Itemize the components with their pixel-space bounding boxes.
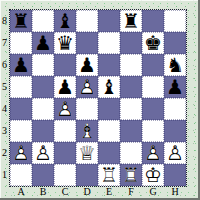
queen-glyph-outline: ♕ <box>76 142 98 164</box>
piece-white-queen[interactable]: ♛♕ <box>76 142 98 164</box>
rank-label-4: 4 <box>0 98 9 120</box>
square-h1[interactable] <box>164 164 186 186</box>
piece-white-rook[interactable]: ♜♖ <box>98 164 120 186</box>
bishop-glyph-outline: ♗ <box>76 120 98 142</box>
piece-black-pawn[interactable]: ♟ <box>164 76 186 98</box>
pawn-glyph-fill: ♟ <box>10 54 32 76</box>
square-g7[interactable]: ♚ <box>142 32 164 54</box>
square-f6[interactable] <box>120 54 142 76</box>
pawn-glyph-outline: ♙ <box>76 76 98 98</box>
pawn-glyph-fill: ♟ <box>54 76 76 98</box>
square-b7[interactable]: ♟ <box>32 32 54 54</box>
file-label-f: F <box>120 186 142 198</box>
pawn-glyph-outline: ♙ <box>164 142 186 164</box>
rook-glyph-fill: ♜ <box>10 10 32 32</box>
chess-board[interactable]: ♜♝♜♟♛♚♟♟♞♟♟♙♝♟♟♙♝♗♟♙♟♙♛♕♟♙♟♙♜♖♜♖♚♔ <box>10 10 186 186</box>
square-h4[interactable] <box>164 98 186 120</box>
square-e7[interactable] <box>98 32 120 54</box>
piece-black-pawn[interactable]: ♟ <box>32 32 54 54</box>
square-a7[interactable] <box>10 32 32 54</box>
bishop-glyph-fill: ♝ <box>54 10 76 32</box>
piece-black-bishop[interactable]: ♝ <box>54 10 76 32</box>
piece-black-knight[interactable]: ♞ <box>164 54 186 76</box>
square-d5[interactable]: ♟♙ <box>76 76 98 98</box>
square-b6[interactable] <box>32 54 54 76</box>
rook-glyph-fill: ♜ <box>120 10 142 32</box>
rank-label-5: 5 <box>0 76 9 98</box>
square-a6[interactable]: ♟ <box>10 54 32 76</box>
square-d8[interactable] <box>76 10 98 32</box>
rank-label-1: 1 <box>0 164 9 186</box>
square-f2[interactable] <box>120 142 142 164</box>
square-g2[interactable]: ♟♙ <box>142 142 164 164</box>
square-e2[interactable] <box>98 142 120 164</box>
rank-label-7: 7 <box>0 32 9 54</box>
pawn-glyph-outline: ♙ <box>54 98 76 120</box>
square-b4[interactable] <box>32 98 54 120</box>
square-e5[interactable]: ♝ <box>98 76 120 98</box>
piece-white-pawn[interactable]: ♟♙ <box>54 98 76 120</box>
square-f4[interactable] <box>120 98 142 120</box>
square-b8[interactable] <box>32 10 54 32</box>
file-label-a: A <box>10 186 32 198</box>
chess-diagram: ♜♝♜♟♛♚♟♟♞♟♟♙♝♟♟♙♝♗♟♙♟♙♛♕♟♙♟♙♜♖♜♖♚♔ 8 7 6… <box>0 0 200 200</box>
square-d7[interactable] <box>76 32 98 54</box>
piece-white-pawn[interactable]: ♟♙ <box>142 142 164 164</box>
piece-white-pawn[interactable]: ♟♙ <box>76 76 98 98</box>
piece-black-pawn[interactable]: ♟ <box>76 54 98 76</box>
square-e8[interactable] <box>98 10 120 32</box>
file-label-h: H <box>164 186 186 198</box>
square-c2[interactable] <box>54 142 76 164</box>
square-c1[interactable] <box>54 164 76 186</box>
file-label-e: E <box>98 186 120 198</box>
square-b5[interactable] <box>32 76 54 98</box>
file-label-c: C <box>54 186 76 198</box>
square-a2[interactable]: ♟♙ <box>10 142 32 164</box>
square-e6[interactable] <box>98 54 120 76</box>
king-glyph-outline: ♔ <box>142 164 164 186</box>
rank-label-8: 8 <box>0 10 9 32</box>
pawn-glyph-outline: ♙ <box>32 142 54 164</box>
piece-white-bishop[interactable]: ♝♗ <box>76 120 98 142</box>
square-d2[interactable]: ♛♕ <box>76 142 98 164</box>
rook-glyph-outline: ♖ <box>120 164 142 186</box>
square-b2[interactable]: ♟♙ <box>32 142 54 164</box>
pawn-glyph-fill: ♟ <box>76 54 98 76</box>
piece-white-pawn[interactable]: ♟♙ <box>10 142 32 164</box>
square-c4[interactable]: ♟♙ <box>54 98 76 120</box>
square-d6[interactable]: ♟ <box>76 54 98 76</box>
pawn-glyph-fill: ♟ <box>164 76 186 98</box>
queen-glyph-fill: ♛ <box>54 32 76 54</box>
square-g4[interactable] <box>142 98 164 120</box>
square-a3[interactable] <box>10 120 32 142</box>
square-d4[interactable] <box>76 98 98 120</box>
square-a1[interactable] <box>10 164 32 186</box>
square-d3[interactable]: ♝♗ <box>76 120 98 142</box>
file-label-d: D <box>76 186 98 198</box>
rank-label-6: 6 <box>0 54 9 76</box>
square-c6[interactable] <box>54 54 76 76</box>
square-e1[interactable]: ♜♖ <box>98 164 120 186</box>
square-b3[interactable] <box>32 120 54 142</box>
bishop-glyph-fill: ♝ <box>98 76 120 98</box>
piece-black-rook[interactable]: ♜ <box>120 10 142 32</box>
square-a4[interactable] <box>10 98 32 120</box>
piece-black-rook[interactable]: ♜ <box>10 10 32 32</box>
square-h5[interactable]: ♟ <box>164 76 186 98</box>
square-f7[interactable] <box>120 32 142 54</box>
piece-white-king[interactable]: ♚♔ <box>142 164 164 186</box>
square-f5[interactable] <box>120 76 142 98</box>
pawn-glyph-outline: ♙ <box>142 142 164 164</box>
square-h2[interactable]: ♟♙ <box>164 142 186 164</box>
square-f3[interactable] <box>120 120 142 142</box>
square-c7[interactable]: ♛ <box>54 32 76 54</box>
square-g1[interactable]: ♚♔ <box>142 164 164 186</box>
rank-label-3: 3 <box>0 120 9 142</box>
square-c8[interactable]: ♝ <box>54 10 76 32</box>
rook-glyph-outline: ♖ <box>98 164 120 186</box>
square-f1[interactable]: ♜♖ <box>120 164 142 186</box>
square-g5[interactable] <box>142 76 164 98</box>
square-b1[interactable] <box>32 164 54 186</box>
square-e4[interactable] <box>98 98 120 120</box>
piece-black-pawn[interactable]: ♟ <box>54 76 76 98</box>
square-g8[interactable] <box>142 10 164 32</box>
square-c5[interactable]: ♟ <box>54 76 76 98</box>
square-a5[interactable] <box>10 76 32 98</box>
square-h8[interactable] <box>164 10 186 32</box>
square-f8[interactable]: ♜ <box>120 10 142 32</box>
piece-white-pawn[interactable]: ♟♙ <box>32 142 54 164</box>
square-d1[interactable] <box>76 164 98 186</box>
piece-black-pawn[interactable]: ♟ <box>10 54 32 76</box>
square-g3[interactable] <box>142 120 164 142</box>
piece-white-pawn[interactable]: ♟♙ <box>164 142 186 164</box>
square-e3[interactable] <box>98 120 120 142</box>
square-g6[interactable] <box>142 54 164 76</box>
square-c3[interactable] <box>54 120 76 142</box>
square-h3[interactable] <box>164 120 186 142</box>
piece-black-bishop[interactable]: ♝ <box>98 76 120 98</box>
king-glyph-fill: ♚ <box>142 32 164 54</box>
piece-black-king[interactable]: ♚ <box>142 32 164 54</box>
file-label-b: B <box>32 186 54 198</box>
knight-glyph-fill: ♞ <box>164 54 186 76</box>
rank-label-2: 2 <box>0 142 9 164</box>
pawn-glyph-fill: ♟ <box>32 32 54 54</box>
piece-white-rook[interactable]: ♜♖ <box>120 164 142 186</box>
file-label-g: G <box>142 186 164 198</box>
square-h7[interactable] <box>164 32 186 54</box>
square-h6[interactable]: ♞ <box>164 54 186 76</box>
square-a8[interactable]: ♜ <box>10 10 32 32</box>
piece-black-queen[interactable]: ♛ <box>54 32 76 54</box>
pawn-glyph-outline: ♙ <box>10 142 32 164</box>
